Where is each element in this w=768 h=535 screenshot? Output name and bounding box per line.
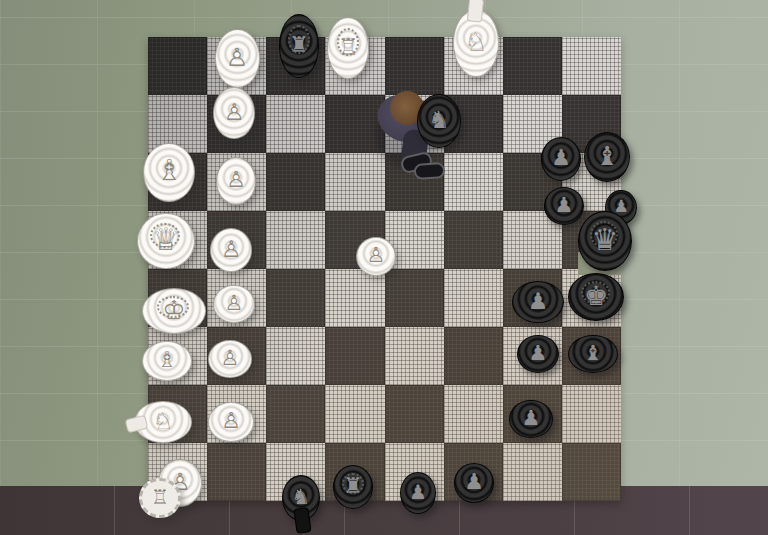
piece-black-knight-b6-in-hand[interactable]: ♞ bbox=[417, 94, 461, 148]
piece-white-rook-a4[interactable]: ♖ bbox=[327, 17, 369, 79]
photo-canvas: ♙♙♙♙♙♙♙♗♕♔♗♘♙♖♙♖♘♜♞♟♝♟♛♟♚♟♝♟♟♞♜♟♟ bbox=[0, 0, 768, 535]
black-pawn-glyph-icon: ♟ bbox=[522, 408, 541, 429]
piece-black-knight-edge-bottom-1[interactable]: ♞ bbox=[282, 475, 320, 521]
white-pawn-glyph-icon: ♙ bbox=[225, 293, 244, 314]
person-shoe bbox=[413, 162, 445, 180]
piece-white-pawn-c2[interactable]: ♙ bbox=[216, 157, 256, 205]
black-king-glyph-icon: ♚ bbox=[584, 282, 608, 309]
piece-white-pawn-d4[interactable]: ♙ bbox=[356, 237, 396, 276]
white-rook-glyph-icon: ♖ bbox=[151, 487, 169, 507]
square-f4[interactable] bbox=[325, 327, 384, 385]
square-a7[interactable] bbox=[503, 37, 562, 95]
piece-white-bishop-c1[interactable]: ♗ bbox=[143, 143, 195, 202]
black-pawn-glyph-icon: ♟ bbox=[409, 482, 427, 502]
white-pawn-glyph-icon: ♙ bbox=[226, 169, 246, 191]
square-g3[interactable] bbox=[266, 385, 325, 443]
white-pawn-glyph-icon: ♙ bbox=[221, 410, 241, 432]
piece-white-pawn-f2[interactable]: ♙ bbox=[208, 340, 252, 378]
piece-black-bishop-c8[interactable]: ♝ bbox=[584, 132, 630, 182]
piece-black-pawn-d7[interactable]: ♟ bbox=[544, 187, 584, 225]
square-f6[interactable] bbox=[444, 327, 503, 385]
piece-black-pawn-g7[interactable]: ♟ bbox=[509, 400, 553, 438]
white-bishop-glyph-icon: ♗ bbox=[156, 156, 182, 185]
piece-black-pawn-e7[interactable]: ♟ bbox=[512, 281, 564, 323]
square-h2[interactable] bbox=[207, 443, 266, 501]
piece-black-king-e8[interactable]: ♚ bbox=[568, 273, 624, 321]
black-pawn-glyph-icon: ♟ bbox=[464, 471, 484, 493]
piece-black-queen-d8[interactable]: ♛ bbox=[578, 211, 632, 271]
black-rook-glyph-icon: ♜ bbox=[289, 34, 309, 56]
square-g8[interactable] bbox=[562, 385, 621, 443]
square-d6[interactable] bbox=[444, 211, 503, 269]
piece-white-knight-g1[interactable]: ♘ bbox=[134, 401, 192, 443]
piece-black-bishop-f8[interactable]: ♝ bbox=[568, 335, 618, 373]
square-e3[interactable] bbox=[266, 269, 325, 327]
black-pawn-glyph-icon: ♟ bbox=[555, 195, 574, 216]
square-g6[interactable] bbox=[444, 385, 503, 443]
white-knight-glyph-icon: ♘ bbox=[153, 410, 174, 433]
piece-white-pawn-e2[interactable]: ♙ bbox=[213, 285, 255, 323]
piece-white-king-e1[interactable]: ♔ bbox=[142, 288, 206, 334]
piece-white-pawn-a2[interactable]: ♙ bbox=[215, 29, 260, 88]
square-d3[interactable] bbox=[266, 211, 325, 269]
black-bishop-glyph-icon: ♝ bbox=[584, 343, 603, 364]
piece-white-knight-a6[interactable]: ♘ bbox=[453, 9, 499, 77]
piece-black-pawn-edge-bottom-4[interactable]: ♟ bbox=[454, 463, 494, 503]
knight-muzzle bbox=[125, 415, 149, 434]
white-pawn-glyph-icon: ♙ bbox=[224, 101, 245, 124]
square-a8[interactable] bbox=[562, 37, 621, 95]
white-pawn-glyph-icon: ♙ bbox=[226, 45, 248, 70]
black-queen-glyph-icon: ♛ bbox=[592, 225, 619, 255]
square-h8[interactable] bbox=[562, 443, 621, 501]
black-pawn-glyph-icon: ♟ bbox=[529, 343, 548, 364]
white-pawn-glyph-icon: ♙ bbox=[221, 238, 242, 261]
black-knight-glyph-icon: ♞ bbox=[292, 487, 311, 508]
square-c6[interactable] bbox=[444, 153, 503, 211]
piece-white-pawn-b2[interactable]: ♙ bbox=[213, 87, 255, 139]
piece-black-pawn-f7[interactable]: ♟ bbox=[517, 335, 559, 373]
square-g5[interactable] bbox=[385, 385, 444, 443]
white-pawn-glyph-icon: ♙ bbox=[367, 245, 386, 266]
piece-white-rook-edge-h1-corner[interactable]: ♖ bbox=[139, 478, 181, 518]
square-e4[interactable] bbox=[325, 269, 384, 327]
piece-black-pawn-c7[interactable]: ♟ bbox=[541, 137, 581, 181]
square-h7[interactable] bbox=[503, 443, 562, 501]
piece-black-pawn-edge-bottom-3[interactable]: ♟ bbox=[400, 472, 436, 514]
piece-black-rook-edge-bottom-2[interactable]: ♜ bbox=[333, 465, 373, 509]
black-pawn-glyph-icon: ♟ bbox=[551, 147, 571, 169]
white-pawn-glyph-icon: ♙ bbox=[221, 348, 240, 369]
black-bishop-glyph-icon: ♝ bbox=[595, 143, 618, 169]
square-e6[interactable] bbox=[444, 269, 503, 327]
square-a5[interactable] bbox=[385, 37, 444, 95]
white-bishop-glyph-icon: ♗ bbox=[157, 349, 177, 371]
white-king-glyph-icon: ♔ bbox=[162, 297, 185, 323]
piece-white-pawn-d2[interactable]: ♙ bbox=[210, 228, 252, 272]
white-queen-glyph-icon: ♕ bbox=[152, 224, 180, 255]
square-f5[interactable] bbox=[385, 327, 444, 385]
square-c3[interactable] bbox=[266, 153, 325, 211]
square-e5[interactable] bbox=[385, 269, 444, 327]
white-knight-glyph-icon: ♘ bbox=[464, 29, 487, 55]
piece-black-rook-a3[interactable]: ♜ bbox=[279, 14, 319, 78]
black-pawn-glyph-icon: ♟ bbox=[528, 290, 549, 313]
square-g4[interactable] bbox=[325, 385, 384, 443]
square-a1[interactable] bbox=[148, 37, 207, 95]
white-rook-glyph-icon: ♖ bbox=[338, 36, 359, 59]
piece-white-queen-d1[interactable]: ♕ bbox=[137, 213, 195, 269]
piece-white-bishop-f1[interactable]: ♗ bbox=[142, 341, 192, 381]
piece-white-pawn-g2[interactable]: ♙ bbox=[208, 402, 254, 442]
black-rook-glyph-icon: ♜ bbox=[343, 475, 363, 497]
square-f3[interactable] bbox=[266, 327, 325, 385]
knight-muzzle bbox=[467, 0, 484, 23]
knight-muzzle bbox=[294, 507, 312, 534]
black-pawn-glyph-icon: ♟ bbox=[613, 198, 628, 215]
black-knight-glyph-icon: ♞ bbox=[428, 108, 450, 132]
square-b3[interactable] bbox=[266, 95, 325, 153]
